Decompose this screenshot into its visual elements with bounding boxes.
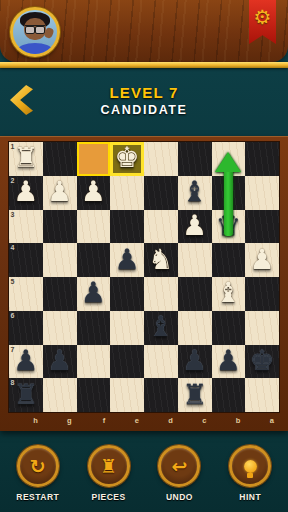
- board-frame: ♜♚♟♟♟♝♟♛♟♞♟♟♝♝♟♟♟♟♚♜♜12345678 hgfedcba: [0, 136, 288, 431]
- square-c3[interactable]: ♟: [178, 210, 212, 244]
- piece-black-pawn-h7[interactable]: ♟: [13, 346, 38, 377]
- file-labels: hgfedcba: [9, 414, 279, 430]
- rank-label-1: 1: [11, 143, 15, 151]
- file-label-d: d: [144, 414, 178, 430]
- chess-app-screen: ⚙ LEVEL 7 CANDIDATE ♜♚♟♟♟♝♟♛♟♞♟♟♝♝♟♟♟♟♚♜…: [0, 0, 288, 512]
- square-a8[interactable]: [245, 378, 279, 412]
- square-e2[interactable]: [110, 176, 144, 210]
- square-e3[interactable]: [110, 210, 144, 244]
- square-g7[interactable]: ♟: [43, 345, 77, 379]
- hint-label: HINT: [239, 492, 261, 502]
- square-a4[interactable]: ♟: [245, 243, 279, 277]
- file-label-f: f: [77, 414, 111, 430]
- square-f5[interactable]: ♟: [77, 277, 111, 311]
- restart-button[interactable]: ↻ RESTART: [5, 445, 71, 502]
- square-g2[interactable]: ♟: [43, 176, 77, 210]
- square-b4[interactable]: [212, 243, 246, 277]
- square-b8[interactable]: [212, 378, 246, 412]
- board: ♜♚♟♟♟♝♟♛♟♞♟♟♝♝♟♟♟♟♚♜♜12345678: [9, 142, 279, 412]
- square-c4[interactable]: [178, 243, 212, 277]
- piece-black-pawn-f5[interactable]: ♟: [81, 278, 106, 309]
- undo-icon: ↩: [171, 456, 187, 476]
- square-d6[interactable]: ♝: [144, 311, 178, 345]
- bottom-toolbar: ↻ RESTART ♜ PIECES ↩ UNDO HINT: [0, 439, 288, 512]
- hint-move-arrow: [215, 152, 241, 236]
- square-g5[interactable]: [43, 277, 77, 311]
- pieces-icon: ♜: [100, 456, 117, 476]
- square-d1[interactable]: [144, 142, 178, 176]
- square-g4[interactable]: [43, 243, 77, 277]
- file-label-h: h: [9, 414, 43, 430]
- pieces-label: PIECES: [92, 492, 126, 502]
- piece-white-rook-h1[interactable]: ♜: [13, 143, 38, 174]
- rank-label-6: 6: [11, 312, 15, 320]
- undo-label: UNDO: [166, 492, 193, 502]
- undo-button[interactable]: ↩ UNDO: [146, 445, 212, 502]
- square-a7[interactable]: ♚: [245, 345, 279, 379]
- square-d8[interactable]: [144, 378, 178, 412]
- square-f8[interactable]: [77, 378, 111, 412]
- square-f2[interactable]: ♟: [77, 176, 111, 210]
- square-a5[interactable]: [245, 277, 279, 311]
- difficulty-label: CANDIDATE: [0, 103, 288, 117]
- piece-white-pawn-f2[interactable]: ♟: [81, 177, 106, 208]
- piece-black-pawn-b7[interactable]: ♟: [216, 346, 241, 377]
- level-block: LEVEL 7 CANDIDATE: [0, 84, 288, 117]
- piece-white-pawn-c3[interactable]: ♟: [182, 211, 207, 242]
- avatar-glasses: [25, 25, 45, 33]
- rank-label-3: 3: [11, 211, 15, 219]
- piece-white-pawn-a4[interactable]: ♟: [250, 245, 275, 276]
- square-c5[interactable]: [178, 277, 212, 311]
- square-a6[interactable]: [245, 311, 279, 345]
- piece-black-pawn-c7[interactable]: ♟: [182, 346, 207, 377]
- square-f6[interactable]: [77, 311, 111, 345]
- square-c7[interactable]: ♟: [178, 345, 212, 379]
- square-c2[interactable]: ♝: [178, 176, 212, 210]
- piece-white-knight-d4[interactable]: ♞: [148, 245, 173, 276]
- rank-label-2: 2: [11, 177, 15, 185]
- square-b7[interactable]: ♟: [212, 345, 246, 379]
- square-g3[interactable]: [43, 210, 77, 244]
- file-label-b: b: [212, 414, 246, 430]
- pieces-button[interactable]: ♜ PIECES: [76, 445, 142, 502]
- piece-black-pawn-e4[interactable]: ♟: [115, 245, 140, 276]
- piece-black-bishop-c2[interactable]: ♝: [182, 177, 207, 208]
- square-e7[interactable]: [110, 345, 144, 379]
- square-d5[interactable]: [144, 277, 178, 311]
- rank-label-7: 7: [11, 346, 15, 354]
- square-d3[interactable]: [144, 210, 178, 244]
- square-f1[interactable]: [77, 142, 111, 176]
- square-a3[interactable]: [245, 210, 279, 244]
- piece-black-king-a7[interactable]: ♚: [250, 346, 275, 377]
- square-f3[interactable]: [77, 210, 111, 244]
- square-g6[interactable]: [43, 311, 77, 345]
- square-e1[interactable]: ♚: [110, 142, 144, 176]
- piece-black-rook-h8[interactable]: ♜: [13, 380, 38, 411]
- piece-white-pawn-h2[interactable]: ♟: [13, 177, 38, 208]
- square-b5[interactable]: ♝: [212, 277, 246, 311]
- player-avatar[interactable]: [10, 7, 60, 57]
- square-g1[interactable]: [43, 142, 77, 176]
- square-e5[interactable]: [110, 277, 144, 311]
- file-label-c: c: [178, 414, 212, 430]
- piece-black-bishop-d6[interactable]: ♝: [148, 312, 173, 343]
- piece-white-king-e1[interactable]: ♚: [115, 143, 140, 174]
- square-d4[interactable]: ♞: [144, 243, 178, 277]
- restart-icon: ↻: [30, 456, 46, 476]
- square-b6[interactable]: [212, 311, 246, 345]
- level-title: LEVEL 7: [0, 84, 288, 101]
- square-c6[interactable]: [178, 311, 212, 345]
- piece-black-pawn-g7[interactable]: ♟: [47, 346, 72, 377]
- file-label-a: a: [245, 414, 279, 430]
- square-e6[interactable]: [110, 311, 144, 345]
- square-g8[interactable]: [43, 378, 77, 412]
- hint-button[interactable]: HINT: [217, 445, 283, 502]
- file-label-g: g: [43, 414, 77, 430]
- hint-bulb-icon: [244, 460, 257, 473]
- gold-divider-bar: [0, 62, 288, 68]
- avatar-hand: [44, 27, 55, 39]
- square-f4[interactable]: [77, 243, 111, 277]
- square-a1[interactable]: [245, 142, 279, 176]
- square-a2[interactable]: [245, 176, 279, 210]
- rank-label-8: 8: [11, 379, 15, 387]
- piece-white-pawn-g2[interactable]: ♟: [47, 177, 72, 208]
- square-c8[interactable]: ♜: [178, 378, 212, 412]
- rank-label-5: 5: [11, 278, 15, 286]
- square-d2[interactable]: [144, 176, 178, 210]
- piece-black-rook-c8[interactable]: ♜: [182, 380, 207, 411]
- square-e8[interactable]: [110, 378, 144, 412]
- piece-white-bishop-b5[interactable]: ♝: [216, 278, 241, 309]
- square-e4[interactable]: ♟: [110, 243, 144, 277]
- square-f7[interactable]: [77, 345, 111, 379]
- square-c1[interactable]: [178, 142, 212, 176]
- rank-label-4: 4: [11, 244, 15, 252]
- file-label-e: e: [110, 414, 144, 430]
- restart-label: RESTART: [16, 492, 59, 502]
- square-d7[interactable]: [144, 345, 178, 379]
